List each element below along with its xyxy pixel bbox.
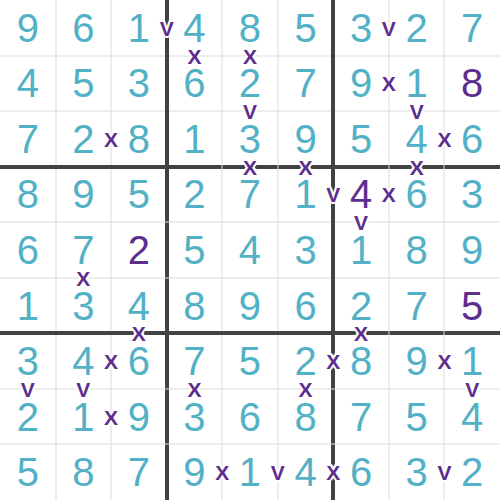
cell-r7c1[interactable]: 3	[0, 333, 56, 389]
cell-r6c5[interactable]: 9	[222, 278, 278, 334]
cell-r3c8[interactable]: 4	[389, 111, 445, 167]
cell-r1c5[interactable]: 8	[222, 0, 278, 56]
cell-r2c9[interactable]: 8	[444, 56, 500, 112]
cell-r6c9[interactable]: 5	[444, 278, 500, 334]
cell-r7c6[interactable]: 2	[278, 333, 334, 389]
cell-r2c8[interactable]: 1	[389, 56, 445, 112]
cell-r4c7[interactable]: 4	[333, 167, 389, 223]
cell-r7c7[interactable]: 8	[333, 333, 389, 389]
cell-r4c2[interactable]: 9	[56, 167, 112, 223]
cell-r5c1[interactable]: 6	[0, 222, 56, 278]
cell-r8c6[interactable]: 8	[278, 389, 334, 445]
cell-r8c9[interactable]: 4	[444, 389, 500, 445]
cell-r3c2[interactable]: 2	[56, 111, 112, 167]
cell-r5c4[interactable]: 5	[167, 222, 223, 278]
cell-r8c7[interactable]: 7	[333, 389, 389, 445]
cell-r2c3[interactable]: 3	[111, 56, 167, 112]
cell-r4c8[interactable]: 6	[389, 167, 445, 223]
cell-r3c4[interactable]: 1	[167, 111, 223, 167]
sudoku-cells: 9614853274536279187281395468952714636725…	[0, 0, 500, 500]
cell-r8c1[interactable]: 2	[0, 389, 56, 445]
cell-r9c6[interactable]: 4	[278, 444, 334, 500]
cell-r9c7[interactable]: 6	[333, 444, 389, 500]
cell-r5c2[interactable]: 7	[56, 222, 112, 278]
cell-r3c9[interactable]: 6	[444, 111, 500, 167]
cell-r1c3[interactable]: 1	[111, 0, 167, 56]
cell-r5c5[interactable]: 4	[222, 222, 278, 278]
cell-r7c4[interactable]: 7	[167, 333, 223, 389]
cell-r1c2[interactable]: 6	[56, 0, 112, 56]
cell-r2c7[interactable]: 9	[333, 56, 389, 112]
cell-r1c6[interactable]: 5	[278, 0, 334, 56]
cell-r4c3[interactable]: 5	[111, 167, 167, 223]
cell-r1c9[interactable]: 7	[444, 0, 500, 56]
sudoku-board: 9614853274536279187281395468952714636725…	[0, 0, 500, 500]
cell-r8c2[interactable]: 1	[56, 389, 112, 445]
cell-r9c4[interactable]: 9	[167, 444, 223, 500]
cell-r6c7[interactable]: 2	[333, 278, 389, 334]
cell-r2c4[interactable]: 6	[167, 56, 223, 112]
cell-r9c5[interactable]: 1	[222, 444, 278, 500]
cell-r1c4[interactable]: 4	[167, 0, 223, 56]
cell-r9c9[interactable]: 2	[444, 444, 500, 500]
cell-r6c3[interactable]: 4	[111, 278, 167, 334]
cell-r9c8[interactable]: 3	[389, 444, 445, 500]
cell-r5c7[interactable]: 1	[333, 222, 389, 278]
cell-r4c5[interactable]: 7	[222, 167, 278, 223]
cell-r2c2[interactable]: 5	[56, 56, 112, 112]
cell-r6c2[interactable]: 3	[56, 278, 112, 334]
cell-r9c2[interactable]: 8	[56, 444, 112, 500]
cell-r5c3[interactable]: 2	[111, 222, 167, 278]
cell-r8c5[interactable]: 6	[222, 389, 278, 445]
cell-r5c6[interactable]: 3	[278, 222, 334, 278]
cell-r8c8[interactable]: 5	[389, 389, 445, 445]
cell-r3c7[interactable]: 5	[333, 111, 389, 167]
cell-r3c3[interactable]: 8	[111, 111, 167, 167]
cell-r6c1[interactable]: 1	[0, 278, 56, 334]
cell-r7c5[interactable]: 5	[222, 333, 278, 389]
cell-r2c6[interactable]: 7	[278, 56, 334, 112]
cell-r6c6[interactable]: 6	[278, 278, 334, 334]
cell-r7c3[interactable]: 6	[111, 333, 167, 389]
cell-r3c5[interactable]: 3	[222, 111, 278, 167]
cell-r6c8[interactable]: 7	[389, 278, 445, 334]
cell-r9c1[interactable]: 5	[0, 444, 56, 500]
cell-r5c9[interactable]: 9	[444, 222, 500, 278]
cell-r4c4[interactable]: 2	[167, 167, 223, 223]
cell-r2c5[interactable]: 2	[222, 56, 278, 112]
cell-r3c6[interactable]: 9	[278, 111, 334, 167]
cell-r4c6[interactable]: 1	[278, 167, 334, 223]
cell-r9c3[interactable]: 7	[111, 444, 167, 500]
cell-r1c8[interactable]: 2	[389, 0, 445, 56]
cell-r8c3[interactable]: 9	[111, 389, 167, 445]
cell-r2c1[interactable]: 4	[0, 56, 56, 112]
cell-r3c1[interactable]: 7	[0, 111, 56, 167]
cell-r1c1[interactable]: 9	[0, 0, 56, 56]
cell-r6c4[interactable]: 8	[167, 278, 223, 334]
cell-r1c7[interactable]: 3	[333, 0, 389, 56]
cell-r8c4[interactable]: 3	[167, 389, 223, 445]
cell-r4c9[interactable]: 3	[444, 167, 500, 223]
cell-r4c1[interactable]: 8	[0, 167, 56, 223]
cell-r7c2[interactable]: 4	[56, 333, 112, 389]
cell-r5c8[interactable]: 8	[389, 222, 445, 278]
cell-r7c8[interactable]: 9	[389, 333, 445, 389]
cell-r7c9[interactable]: 1	[444, 333, 500, 389]
